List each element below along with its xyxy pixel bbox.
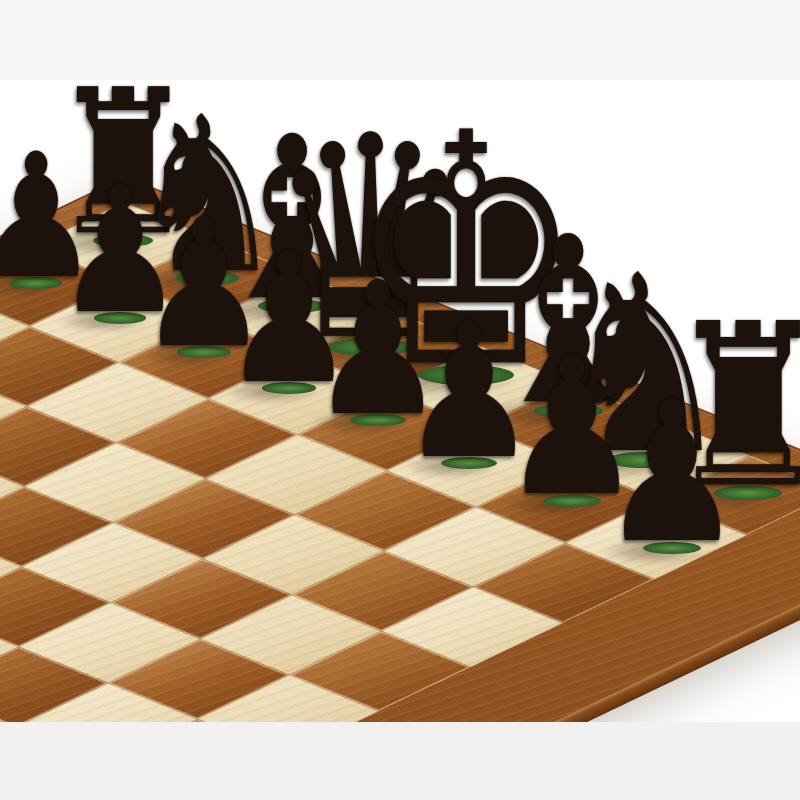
pieces-layer: ♜♞♟♝♟♛♟♚♟♝♟♞♟♜♟♟ — [0, 0, 800, 800]
background-bottom-band — [0, 722, 800, 800]
background-top-band — [0, 0, 800, 80]
black-pawn-glyph: ♟ — [600, 375, 743, 570]
product-photo-stage: ♜♞♟♝♟♛♟♚♟♝♟♞♟♜♟♟ — [0, 0, 800, 800]
